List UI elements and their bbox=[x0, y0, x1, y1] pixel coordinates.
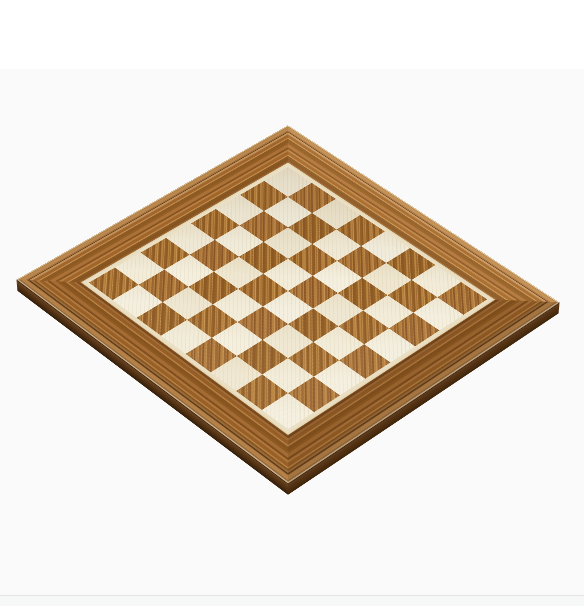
square-h1 bbox=[262, 393, 314, 429]
square-e3 bbox=[238, 306, 288, 340]
board-top-surface bbox=[16, 125, 559, 483]
page-footer-area bbox=[0, 596, 584, 606]
square-e1 bbox=[186, 338, 237, 372]
square-c2 bbox=[163, 287, 213, 320]
square-h5 bbox=[364, 328, 415, 362]
square-g5 bbox=[338, 311, 388, 345]
square-b1 bbox=[113, 285, 163, 318]
board-perspective-wrapper bbox=[0, 0, 584, 606]
square-d2 bbox=[187, 304, 237, 338]
chessboard bbox=[16, 125, 559, 483]
square-f3 bbox=[263, 324, 314, 358]
square-c1 bbox=[137, 302, 187, 335]
square-d3 bbox=[213, 289, 263, 322]
square-g3 bbox=[288, 342, 339, 377]
square-f5 bbox=[313, 293, 363, 326]
square-f1 bbox=[211, 356, 263, 391]
square-h6 bbox=[389, 313, 439, 347]
square-f2 bbox=[237, 340, 288, 375]
square-g2 bbox=[262, 358, 314, 393]
square-d1 bbox=[161, 320, 212, 354]
product-photo-page bbox=[0, 0, 584, 606]
square-e2 bbox=[212, 322, 263, 356]
square-f4 bbox=[288, 308, 338, 342]
square-e4 bbox=[263, 291, 313, 324]
square-h7 bbox=[413, 297, 463, 330]
square-h3 bbox=[314, 360, 366, 395]
square-h2 bbox=[288, 377, 340, 413]
square-g4 bbox=[313, 326, 364, 360]
square-g6 bbox=[363, 295, 413, 328]
square-g1 bbox=[236, 374, 288, 409]
square-h4 bbox=[339, 344, 390, 379]
